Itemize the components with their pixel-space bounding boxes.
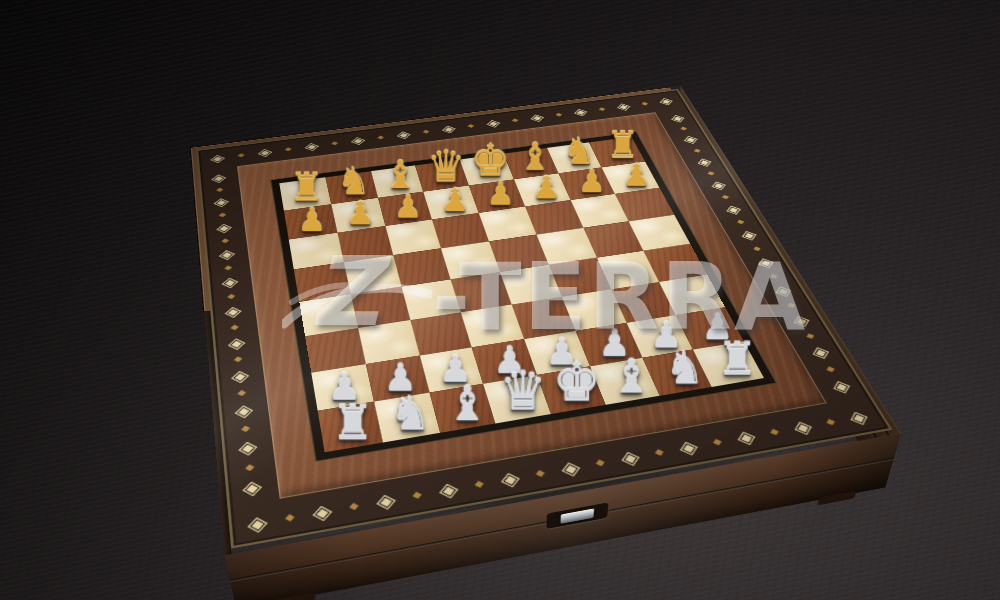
mosaic-diamond: ◈ (241, 476, 263, 499)
piece-silver-knight: ♞ (390, 393, 432, 435)
mosaic-diamond: ◈ (349, 134, 366, 146)
square-d4 (451, 272, 512, 312)
mosaic-diamond: ◈ (754, 254, 777, 269)
mosaic-diamond: ◈ (230, 366, 250, 385)
square-b5 (344, 255, 401, 294)
mosaic-diamond: ◈ (257, 146, 273, 158)
mosaic-diamond-small: ◆ (511, 117, 520, 122)
piece-gold-pawn: ♟ (622, 161, 650, 189)
mosaic-diamond: ◈ (827, 376, 854, 395)
square-f5 (536, 228, 596, 265)
mosaic-diamond: ◈ (497, 467, 522, 489)
mosaic-diamond: ◈ (221, 274, 239, 290)
mosaic-diamond-small: ◆ (736, 219, 746, 226)
piece-silver-bishop: ♝ (611, 356, 652, 398)
mosaic-diamond: ◈ (614, 101, 633, 112)
mosaic-diamond-small: ◆ (768, 427, 781, 437)
piece-gold-pawn: ♟ (441, 185, 470, 214)
mosaic-diamond-small: ◆ (692, 147, 702, 153)
square-c1: ♝ (429, 384, 496, 433)
mosaic-diamond: ◈ (234, 401, 254, 421)
mosaic-diamond: ◈ (617, 446, 643, 468)
mosaic-diamond-small: ◆ (640, 101, 649, 106)
clasp-latch-icon (561, 508, 595, 523)
mosaic-diamond: ◈ (656, 95, 675, 106)
mosaic-diamond-small: ◆ (411, 489, 422, 500)
mosaic-diamond-small: ◆ (554, 112, 563, 117)
mosaic-diamond: ◈ (807, 343, 833, 361)
mosaic-diamond-small: ◆ (824, 364, 836, 373)
mosaic-diamond-small: ◆ (768, 272, 779, 279)
mosaic-diamond: ◈ (694, 155, 714, 168)
mosaic-diamond-small: ◆ (824, 417, 837, 427)
piece-silver-knight: ♞ (664, 349, 704, 389)
piece-gold-pawn: ♟ (298, 205, 327, 234)
piece-silver-king: ♚ (553, 358, 602, 407)
mosaic-diamond-small: ◆ (597, 106, 606, 111)
mosaic-diamond-small: ◆ (534, 468, 546, 478)
mosaic-diamond: ◈ (675, 436, 701, 457)
mosaic-diamond-small: ◆ (786, 301, 798, 309)
mosaic-diamond: ◈ (571, 106, 589, 117)
mosaic-diamond-small: ◆ (804, 332, 816, 340)
square-b4 (350, 287, 409, 328)
piece-silver-rook: ♜ (332, 401, 375, 444)
mosaic-diamond-small: ◆ (237, 388, 247, 397)
square-g4 (596, 251, 659, 289)
mosaic-diamond: ◈ (213, 195, 230, 209)
mosaic-diamond-small: ◆ (473, 478, 485, 489)
mosaic-diamond-small: ◆ (234, 355, 243, 364)
piece-silver-bishop: ♝ (446, 383, 488, 426)
mosaic-diamond-small: ◆ (711, 437, 724, 447)
mosaic-diamond: ◈ (771, 282, 795, 298)
mosaic-diamond-small: ◆ (720, 194, 730, 200)
mosaic-diamond-small: ◆ (221, 237, 229, 244)
square-e4 (500, 265, 561, 305)
mosaic-diamond: ◈ (788, 312, 813, 329)
square-d1: ♛ (483, 375, 551, 423)
mosaic-diamond-small: ◆ (706, 170, 716, 176)
mosaic-diamond: ◈ (246, 511, 269, 535)
mosaic-diamond: ◈ (215, 220, 232, 234)
mosaic-diamond: ◈ (436, 478, 460, 501)
mosaic-diamond: ◈ (484, 117, 502, 129)
piece-gold-pawn: ♟ (578, 167, 606, 195)
mosaic-diamond: ◈ (722, 202, 744, 216)
mosaic-diamond-small: ◆ (467, 123, 475, 129)
mosaic-diamond: ◈ (680, 133, 700, 145)
clasp-housing (546, 503, 608, 530)
mosaic-diamond-small: ◆ (245, 462, 255, 472)
box-foot-left (271, 592, 315, 600)
mosaic-diamond-small: ◆ (422, 129, 430, 135)
piece-gold-pawn: ♟ (394, 192, 423, 221)
piece-gold-pawn: ♟ (346, 198, 375, 227)
mosaic-diamond: ◈ (738, 228, 760, 243)
mosaic-diamond: ◈ (237, 437, 258, 458)
mosaic-diamond: ◈ (218, 246, 236, 261)
mosaic-diamond-small: ◆ (224, 264, 232, 271)
mosaic-diamond: ◈ (395, 128, 412, 140)
mosaic-diamond-small: ◆ (216, 187, 224, 193)
mosaic-diamond-small: ◆ (377, 134, 385, 140)
square-h7: ♟ (602, 161, 660, 193)
mosaic-diamond-small: ◆ (230, 323, 239, 331)
mosaic-diamond-small: ◆ (241, 424, 251, 434)
mosaic-diamond: ◈ (303, 140, 320, 152)
piece-silver-queen: ♛ (499, 368, 547, 416)
mosaic-diamond-small: ◆ (348, 500, 359, 511)
mosaic-diamond: ◈ (528, 111, 546, 123)
mosaic-diamond-small: ◆ (331, 140, 339, 146)
mosaic-diamond-small: ◆ (284, 146, 292, 152)
mosaic-diamond-small: ◆ (679, 126, 688, 132)
mosaic-diamond-small: ◆ (284, 512, 295, 523)
mosaic-diamond-small: ◆ (227, 293, 236, 301)
square-b7: ♟ (331, 198, 385, 233)
mosaic-diamond: ◈ (440, 123, 458, 135)
mosaic-diamond: ◈ (210, 171, 226, 184)
mosaic-diamond: ◈ (844, 407, 872, 427)
mosaic-diamond: ◈ (209, 152, 225, 165)
piece-silver-rook: ♜ (716, 339, 757, 380)
mosaic-diamond: ◈ (668, 112, 687, 124)
mosaic-diamond: ◈ (311, 500, 334, 523)
mosaic-diamond: ◈ (708, 178, 729, 191)
mosaic-diamond: ◈ (374, 489, 398, 512)
mosaic-diamond: ◈ (732, 426, 759, 447)
piece-gold-pawn: ♟ (533, 173, 561, 201)
mosaic-diamond: ◈ (227, 334, 246, 352)
mosaic-diamond: ◈ (224, 303, 243, 320)
board-grid: ♜♞♝♛♚♝♞♜♟♟♟♟♟♟♟♟♟♟♟♟♟♟♟♟♜♞♝♛♚♝♞♜ (279, 137, 764, 453)
mosaic-diamond: ◈ (789, 416, 816, 437)
mosaic-diamond-small: ◆ (594, 457, 606, 467)
mosaic-diamond-small: ◆ (751, 245, 762, 252)
piece-gold-pawn: ♟ (487, 179, 515, 207)
mosaic-diamond-small: ◆ (653, 447, 665, 457)
mosaic-diamond-small: ◆ (218, 211, 226, 218)
mosaic-diamond: ◈ (558, 457, 583, 479)
photo-scene: ◈◆◈◆◈◆◈◆◈◆◈◆◈◆◈◆◈◆◈◆◈ ◈◆◈◆◈◆◈◆◈◆◈◆◈◆◈◆◈◆… (0, 0, 1000, 600)
square-b1: ♞ (374, 393, 440, 443)
mosaic-diamond-small: ◆ (237, 152, 245, 158)
